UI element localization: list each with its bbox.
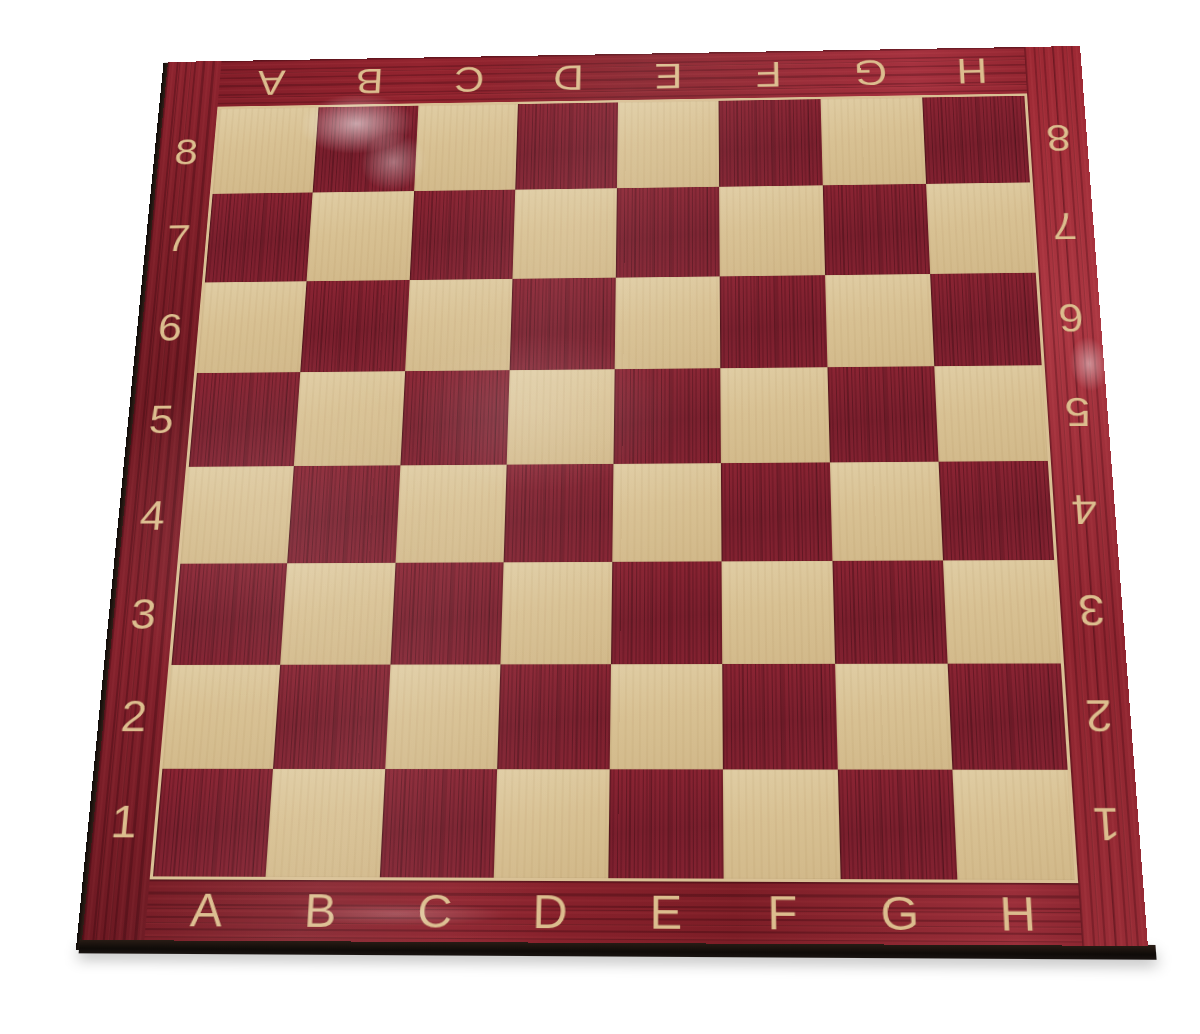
square-c3	[390, 563, 503, 665]
file-labels-bottom: ABCDEFGH	[147, 879, 1079, 945]
square-e1	[608, 769, 724, 879]
rank-label-left-6: 6	[137, 282, 202, 373]
square-d8	[515, 102, 618, 189]
square-d3	[500, 562, 612, 664]
square-h4	[938, 461, 1054, 561]
file-label-bottom-f: F	[724, 882, 842, 945]
file-label-top-g: G	[819, 49, 922, 97]
file-label-bottom-g: G	[840, 882, 960, 945]
square-f3	[722, 561, 835, 663]
square-f8	[719, 99, 823, 187]
file-label-bottom-c: C	[376, 880, 493, 942]
square-g4	[829, 462, 942, 561]
file-label-bottom-d: D	[491, 881, 608, 943]
square-g3	[832, 561, 947, 664]
file-label-bottom-h: H	[957, 883, 1079, 946]
square-c2	[385, 664, 500, 769]
rank-label-right-3: 3	[1057, 560, 1126, 663]
rank-label-right-6: 6	[1039, 272, 1104, 365]
square-g2	[835, 663, 953, 769]
square-c6	[405, 278, 513, 371]
file-label-top-c: C	[418, 56, 519, 104]
file-label-top-e: E	[618, 52, 719, 100]
playfield	[150, 93, 1079, 883]
square-e7	[616, 187, 720, 277]
square-e4	[612, 463, 722, 562]
file-label-bottom-a: A	[147, 879, 265, 941]
square-b1	[266, 769, 385, 878]
square-a3	[172, 563, 288, 664]
square-e2	[610, 664, 723, 770]
square-b5	[294, 371, 405, 466]
square-c5	[400, 370, 509, 465]
square-f5	[721, 367, 830, 463]
square-f6	[720, 275, 827, 368]
square-b4	[287, 465, 400, 563]
square-f4	[721, 462, 832, 561]
square-b8	[313, 106, 418, 193]
chess-board: ABCDEFGH ABCDEFGH 87654321 87654321	[82, 46, 1148, 946]
rank-label-left-2: 2	[99, 664, 169, 768]
square-h1	[952, 769, 1075, 880]
square-d6	[509, 277, 615, 370]
rank-label-right-7: 7	[1033, 182, 1097, 272]
square-b3	[280, 563, 395, 664]
rank-label-right-4: 4	[1051, 460, 1119, 560]
square-c4	[395, 465, 506, 563]
square-g6	[825, 274, 934, 367]
square-e5	[613, 368, 721, 464]
square-g1	[837, 769, 957, 879]
file-label-bottom-b: B	[261, 880, 379, 942]
rank-label-right-8: 8	[1027, 95, 1090, 183]
rank-label-right-1: 1	[1071, 770, 1143, 881]
square-d5	[506, 369, 614, 465]
photo-background: ABCDEFGH ABCDEFGH 87654321 87654321	[0, 0, 1200, 1034]
square-a6	[197, 281, 307, 373]
rank-label-right-2: 2	[1064, 663, 1135, 770]
square-b2	[273, 664, 390, 769]
square-f7	[719, 186, 824, 276]
board-face: ABCDEFGH ABCDEFGH 87654321 87654321	[82, 46, 1148, 946]
square-h3	[943, 560, 1061, 663]
square-e6	[615, 276, 721, 369]
square-g5	[827, 366, 938, 462]
square-b7	[307, 191, 414, 281]
square-a8	[213, 107, 319, 194]
square-a7	[205, 193, 313, 282]
rank-label-left-7: 7	[146, 194, 209, 283]
square-a5	[189, 372, 301, 467]
square-g8	[820, 97, 926, 185]
square-d1	[493, 769, 609, 878]
square-h7	[926, 183, 1036, 274]
square-c7	[409, 190, 515, 280]
rank-label-left-3: 3	[109, 564, 177, 665]
square-e8	[617, 101, 719, 189]
square-h5	[934, 365, 1048, 462]
file-label-top-a: A	[220, 59, 322, 106]
square-f1	[723, 769, 840, 879]
rank-label-left-1: 1	[88, 768, 159, 876]
rank-label-left-5: 5	[128, 373, 194, 467]
square-a2	[162, 664, 280, 768]
square-d2	[497, 664, 611, 769]
file-label-top-d: D	[518, 54, 619, 102]
square-d4	[503, 464, 613, 563]
square-a1	[153, 769, 273, 877]
rank-label-left-8: 8	[155, 109, 217, 195]
square-h8	[922, 96, 1030, 184]
file-label-top-b: B	[319, 58, 420, 105]
square-g7	[822, 184, 930, 275]
rank-label-right-5: 5	[1045, 364, 1112, 460]
file-label-top-f: F	[718, 51, 820, 99]
square-e3	[611, 562, 722, 664]
square-b6	[301, 280, 410, 372]
file-label-bottom-e: E	[608, 881, 725, 943]
square-d7	[512, 188, 617, 278]
file-label-top-h: H	[920, 47, 1024, 95]
square-a4	[180, 466, 294, 564]
square-c8	[414, 104, 518, 191]
rank-label-left-4: 4	[119, 467, 186, 564]
square-c1	[379, 769, 497, 878]
square-h2	[947, 663, 1067, 770]
square-f2	[722, 663, 837, 769]
square-h6	[930, 272, 1042, 366]
